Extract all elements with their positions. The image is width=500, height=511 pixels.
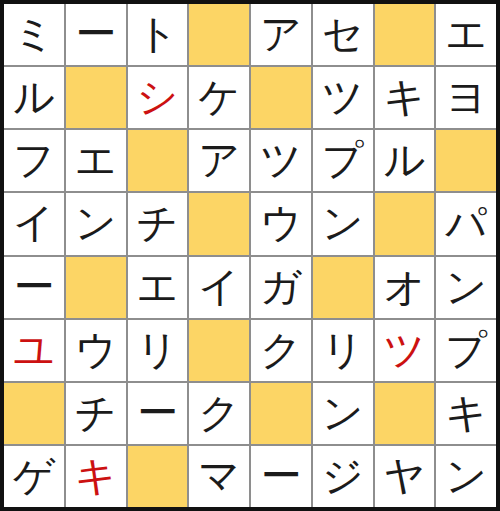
blocked-cell (4, 383, 64, 444)
letter-cell[interactable]: ア (189, 130, 249, 191)
cell-letter: ア (198, 140, 240, 181)
cell-letter: ツ (383, 330, 425, 371)
cell-letter: ン (322, 393, 364, 434)
cell-letter: ツ (322, 77, 364, 118)
letter-cell[interactable]: パ (436, 193, 496, 254)
blocked-cell (436, 130, 496, 191)
cell-letter: ゲ (13, 456, 55, 497)
letter-cell[interactable]: ー (4, 257, 64, 318)
cell-letter: キ (75, 456, 117, 497)
letter-cell[interactable]: キ (436, 383, 496, 444)
letter-cell[interactable]: リ (128, 320, 188, 381)
letter-cell[interactable]: イ (4, 193, 64, 254)
cell-letter: ー (137, 393, 178, 434)
cell-letter: ト (136, 14, 178, 55)
letter-cell[interactable]: ケ (189, 67, 249, 128)
blocked-cell (375, 383, 435, 444)
letter-cell[interactable]: ツ (375, 320, 435, 381)
cell-letter: シ (136, 77, 178, 118)
blocked-cell (189, 320, 249, 381)
cell-letter: チ (75, 393, 117, 434)
cell-letter: ツ (260, 140, 302, 181)
cell-letter: イ (13, 203, 55, 244)
cell-letter: ー (75, 14, 116, 55)
letter-cell[interactable]: マ (189, 446, 249, 507)
letter-cell[interactable]: エ (436, 4, 496, 65)
cell-letter: エ (136, 267, 178, 308)
letter-cell[interactable]: ー (128, 383, 188, 444)
cell-letter: ー (260, 456, 301, 497)
blocked-cell (189, 4, 249, 65)
cell-letter: ル (383, 140, 425, 181)
letter-cell[interactable]: ク (189, 383, 249, 444)
blocked-cell (66, 257, 126, 318)
letter-cell[interactable]: ル (4, 67, 64, 128)
cell-letter: ウ (75, 330, 117, 371)
cell-letter: ユ (13, 330, 55, 371)
cell-letter: パ (445, 203, 487, 244)
blocked-cell (375, 193, 435, 254)
letter-cell[interactable]: フ (4, 130, 64, 191)
cell-letter: ン (445, 267, 487, 308)
letter-cell[interactable]: セ (313, 4, 373, 65)
letter-cell[interactable]: ン (313, 383, 373, 444)
letter-cell[interactable]: ー (66, 4, 126, 65)
letter-cell[interactable]: キ (66, 446, 126, 507)
letter-cell[interactable]: ジ (313, 446, 373, 507)
cell-letter: ン (322, 203, 364, 244)
blocked-cell (128, 130, 188, 191)
letter-cell[interactable]: キ (375, 67, 435, 128)
letter-cell[interactable]: プ (313, 130, 373, 191)
letter-cell[interactable]: エ (66, 130, 126, 191)
blocked-cell (128, 446, 188, 507)
blocked-cell (66, 67, 126, 128)
letter-cell[interactable]: ミ (4, 4, 64, 65)
cell-letter: ン (445, 456, 487, 497)
cell-letter: フ (13, 140, 55, 181)
letter-cell[interactable]: ン (66, 193, 126, 254)
cell-letter: リ (136, 330, 178, 371)
cell-letter: ー (13, 267, 54, 308)
crossword-board: ミートアセエルシケツキヨフエアツプルインチウンパーエイガオンユウリクリツプチーク… (0, 0, 500, 511)
cell-letter: ガ (260, 267, 302, 308)
cell-letter: キ (383, 77, 425, 118)
cell-letter: プ (445, 330, 487, 371)
cell-letter: マ (198, 456, 240, 497)
letter-cell[interactable]: ン (313, 193, 373, 254)
cell-letter: オ (383, 267, 425, 308)
cell-letter: チ (136, 203, 178, 244)
letter-cell[interactable]: ク (251, 320, 311, 381)
letter-cell[interactable]: ユ (4, 320, 64, 381)
letter-cell[interactable]: ン (436, 257, 496, 318)
letter-cell[interactable]: ー (251, 446, 311, 507)
letter-cell[interactable]: ヨ (436, 67, 496, 128)
cell-letter: リ (322, 330, 364, 371)
letter-cell[interactable]: エ (128, 257, 188, 318)
cell-letter: セ (322, 14, 364, 55)
cell-letter: ル (13, 77, 55, 118)
letter-cell[interactable]: イ (189, 257, 249, 318)
cell-letter: ジ (322, 456, 364, 497)
letter-cell[interactable]: ツ (313, 67, 373, 128)
cell-letter: キ (445, 393, 487, 434)
letter-cell[interactable]: ウ (66, 320, 126, 381)
cell-letter: ア (260, 14, 302, 55)
letter-cell[interactable]: ゲ (4, 446, 64, 507)
cell-letter: イ (198, 267, 240, 308)
cell-letter: ヨ (445, 77, 487, 118)
letter-cell[interactable]: ン (436, 446, 496, 507)
letter-cell[interactable]: ガ (251, 257, 311, 318)
cell-letter: エ (445, 14, 487, 55)
letter-cell[interactable]: ウ (251, 193, 311, 254)
blocked-cell (251, 67, 311, 128)
cell-letter: ク (260, 330, 302, 371)
letter-cell[interactable]: チ (66, 383, 126, 444)
cell-letter: ケ (198, 77, 240, 118)
cell-letter: ウ (260, 203, 302, 244)
letter-cell[interactable]: オ (375, 257, 435, 318)
cell-letter: ク (198, 393, 240, 434)
cell-letter: エ (75, 140, 117, 181)
letter-cell[interactable]: チ (128, 193, 188, 254)
cell-letter: ミ (13, 14, 55, 55)
cell-letter: ヤ (383, 456, 425, 497)
cell-letter: プ (322, 140, 364, 181)
letter-cell[interactable]: ト (128, 4, 188, 65)
letter-cell[interactable]: ル (375, 130, 435, 191)
blocked-cell (251, 383, 311, 444)
blocked-cell (189, 193, 249, 254)
blocked-cell (313, 257, 373, 318)
letter-cell[interactable]: リ (313, 320, 373, 381)
letter-cell[interactable]: ヤ (375, 446, 435, 507)
letter-cell[interactable]: ツ (251, 130, 311, 191)
letter-cell[interactable]: シ (128, 67, 188, 128)
blocked-cell (375, 4, 435, 65)
letter-cell[interactable]: プ (436, 320, 496, 381)
letter-cell[interactable]: ア (251, 4, 311, 65)
cell-letter: ン (75, 203, 117, 244)
